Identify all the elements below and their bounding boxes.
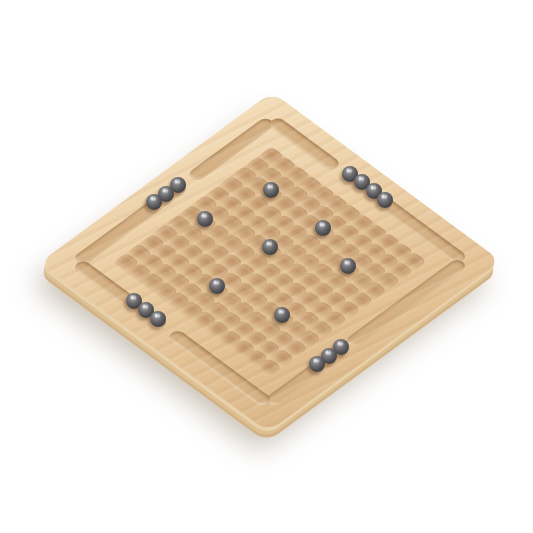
marble-board-r3c7[interactable] [315, 220, 331, 236]
marble-trough-top-left-3[interactable] [146, 194, 162, 210]
game-board [39, 92, 501, 432]
scene [0, 0, 533, 533]
marble-trough-bottom-left-3[interactable] [150, 311, 166, 327]
marble-board-r7c2[interactable] [197, 211, 213, 227]
marble-board-r9c10[interactable] [274, 307, 290, 323]
marble-board-r3c3[interactable] [263, 182, 279, 198]
